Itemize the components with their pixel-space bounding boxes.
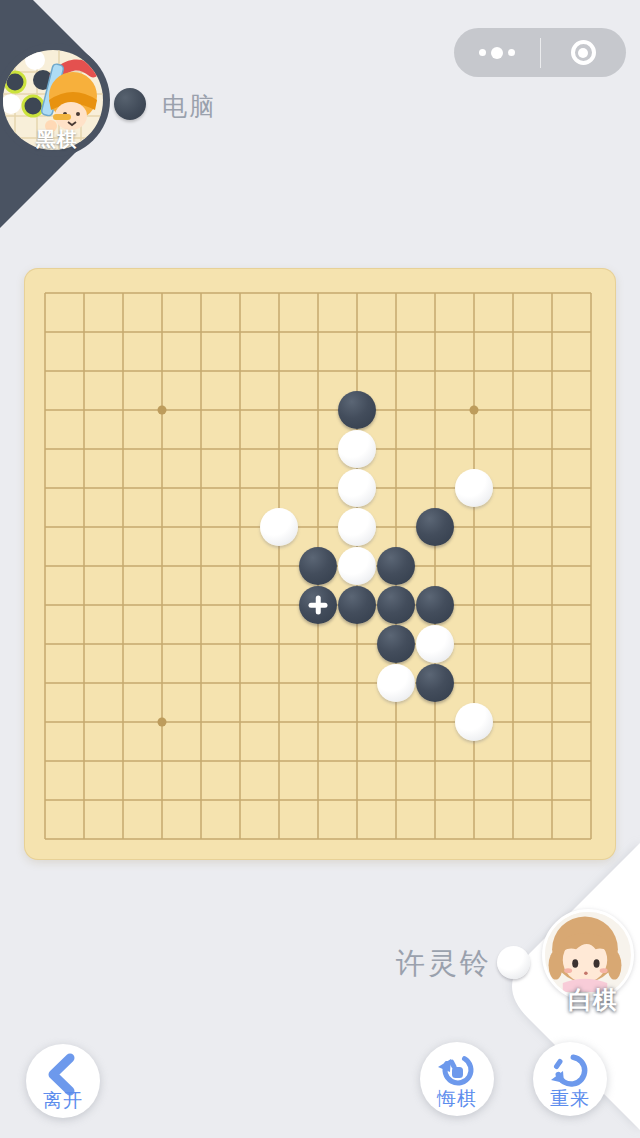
leave-button[interactable]: 离开	[26, 1044, 100, 1118]
gomoku-board[interactable]	[24, 268, 616, 860]
white-stone	[260, 508, 298, 546]
black-player-name: 电脑	[162, 90, 216, 123]
black-stone	[299, 586, 337, 624]
restart-button-label: 重来	[533, 1086, 607, 1112]
black-stone	[416, 586, 454, 624]
miniprogram-capsule	[454, 28, 626, 77]
white-stone	[455, 703, 493, 741]
white-stone	[338, 508, 376, 546]
black-stone	[377, 586, 415, 624]
black-stone	[416, 508, 454, 546]
last-move-marker	[299, 586, 337, 624]
leave-button-label: 离开	[26, 1088, 100, 1114]
black-stone	[338, 391, 376, 429]
white-stone	[455, 469, 493, 507]
more-button[interactable]	[454, 28, 540, 77]
white-player-name: 许灵铃	[330, 944, 492, 984]
black-stone	[416, 664, 454, 702]
black-stone	[299, 547, 337, 585]
exit-button[interactable]	[541, 28, 627, 77]
white-stone	[338, 469, 376, 507]
black-stone-icon	[114, 88, 146, 120]
ellipsis-icon	[479, 47, 515, 59]
white-avatar-image	[545, 912, 625, 992]
white-stone-icon	[497, 946, 530, 979]
white-side-label: 白棋	[548, 984, 638, 1016]
white-stone	[377, 664, 415, 702]
stone-grid	[26, 274, 611, 859]
black-side-label: 黑棋	[10, 126, 104, 153]
white-stone	[416, 625, 454, 663]
white-stone	[338, 430, 376, 468]
black-stone	[377, 547, 415, 585]
circle-dot-icon	[571, 40, 596, 65]
black-stone	[338, 586, 376, 624]
undo-button-label: 悔棋	[420, 1086, 494, 1112]
black-stone	[377, 625, 415, 663]
restart-button[interactable]: 重来	[533, 1042, 607, 1116]
white-stone	[338, 547, 376, 585]
undo-button[interactable]: 悔棋	[420, 1042, 494, 1116]
